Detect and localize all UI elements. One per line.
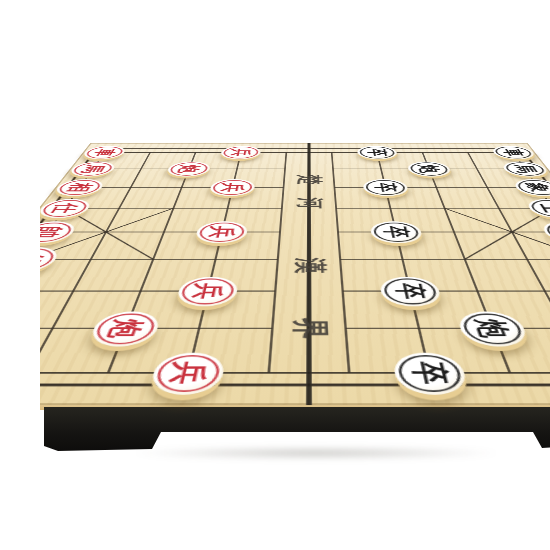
- xiangqi-piece-black: 卒: [356, 146, 398, 159]
- river-character: 漢: [286, 258, 332, 274]
- board-shadow: [58, 444, 550, 462]
- xiangqi-piece-black: 卒: [362, 179, 410, 196]
- piece-character: 兵: [174, 277, 239, 307]
- river-character: 楚: [291, 175, 327, 185]
- piece-character: 兵: [147, 353, 226, 395]
- piece-character: 炮: [165, 162, 212, 177]
- product-photo: Xiangqi folding board — starting positio…: [40, 16, 550, 550]
- xiangqi-piece-red: 炮: [165, 162, 212, 177]
- xiangqi-piece-red: 兵: [194, 221, 249, 243]
- piece-character: 卒: [379, 277, 444, 307]
- xiangqi-piece-black: 炮: [406, 162, 453, 177]
- piece-character: 卒: [369, 221, 424, 243]
- xiangqi-piece-red: 兵: [147, 353, 226, 395]
- piece-character: 兵: [194, 221, 249, 243]
- piece-character: 炮: [406, 162, 453, 177]
- xiangqi-piece-red: 兵: [219, 146, 261, 159]
- xiangqi-piece-black: 卒: [391, 353, 470, 395]
- piece-character: 馬: [500, 162, 550, 177]
- xiangqi-piece-red: 兵: [208, 179, 256, 196]
- piece-character: 兵: [219, 146, 261, 159]
- river-character: 河: [290, 197, 328, 208]
- xiangqi-board: 楚河漢界 車兵卒車馬炮炮馬相兵卒象仕士帥兵卒將仕士相兵卒象馬炮炮馬車兵卒車: [40, 143, 550, 405]
- xiangqi-piece-black: 馬: [500, 162, 550, 177]
- xiangqi-piece-black: 卒: [379, 277, 444, 307]
- piece-character: 卒: [362, 179, 410, 196]
- piece-character: 卒: [391, 353, 470, 395]
- xiangqi-piece-black: 卒: [369, 221, 424, 243]
- xiangqi-piece-red: 兵: [174, 277, 239, 307]
- piece-character: 兵: [208, 179, 256, 196]
- piece-character: 卒: [356, 146, 398, 159]
- river-character: 界: [282, 318, 335, 339]
